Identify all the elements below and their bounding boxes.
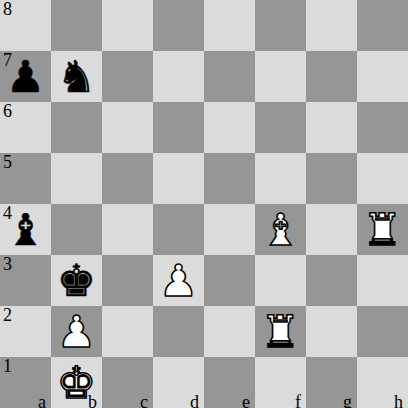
- square-f7[interactable]: [255, 51, 306, 102]
- square-f6[interactable]: [255, 102, 306, 153]
- square-h8[interactable]: [357, 0, 408, 51]
- piece-black-king-b3[interactable]: ♚: [51, 255, 102, 306]
- square-a7[interactable]: 7♟: [0, 51, 51, 102]
- piece-white-pawn-d3[interactable]: ♟: [153, 255, 204, 306]
- square-g6[interactable]: [306, 102, 357, 153]
- square-b7[interactable]: ♞: [51, 51, 102, 102]
- square-d1[interactable]: d: [153, 357, 204, 408]
- square-a3[interactable]: 3: [0, 255, 51, 306]
- square-g7[interactable]: [306, 51, 357, 102]
- square-h7[interactable]: [357, 51, 408, 102]
- file-label-f: f: [295, 392, 301, 408]
- square-d7[interactable]: [153, 51, 204, 102]
- square-e7[interactable]: [204, 51, 255, 102]
- square-d8[interactable]: [153, 0, 204, 51]
- square-h5[interactable]: [357, 153, 408, 204]
- square-a5[interactable]: 5: [0, 153, 51, 204]
- file-label-a: a: [38, 392, 46, 408]
- square-f5[interactable]: [255, 153, 306, 204]
- square-d2[interactable]: [153, 306, 204, 357]
- file-label-d: d: [190, 392, 199, 408]
- square-d4[interactable]: [153, 204, 204, 255]
- square-b5[interactable]: [51, 153, 102, 204]
- square-g5[interactable]: [306, 153, 357, 204]
- piece-white-pawn-b2[interactable]: ♟: [51, 306, 102, 357]
- piece-white-rook-f2[interactable]: ♜: [255, 306, 306, 357]
- square-c6[interactable]: [102, 102, 153, 153]
- square-c3[interactable]: [102, 255, 153, 306]
- piece-black-bishop-a4[interactable]: ♝: [0, 204, 51, 255]
- square-e4[interactable]: [204, 204, 255, 255]
- square-c2[interactable]: [102, 306, 153, 357]
- square-c1[interactable]: c: [102, 357, 153, 408]
- square-f4[interactable]: ♝: [255, 204, 306, 255]
- file-label-g: g: [343, 392, 352, 408]
- square-d6[interactable]: [153, 102, 204, 153]
- square-c5[interactable]: [102, 153, 153, 204]
- square-e3[interactable]: [204, 255, 255, 306]
- square-b1[interactable]: b♚: [51, 357, 102, 408]
- square-e8[interactable]: [204, 0, 255, 51]
- square-g3[interactable]: [306, 255, 357, 306]
- square-h3[interactable]: [357, 255, 408, 306]
- square-f8[interactable]: [255, 0, 306, 51]
- square-e1[interactable]: e: [204, 357, 255, 408]
- square-g8[interactable]: [306, 0, 357, 51]
- square-b8[interactable]: [51, 0, 102, 51]
- rank-label-3: 3: [3, 255, 12, 274]
- square-b2[interactable]: ♟: [51, 306, 102, 357]
- square-a2[interactable]: 2: [0, 306, 51, 357]
- rank-label-1: 1: [3, 357, 12, 376]
- file-label-e: e: [242, 392, 250, 408]
- file-label-c: c: [140, 392, 148, 408]
- square-g2[interactable]: [306, 306, 357, 357]
- file-label-h: h: [394, 392, 403, 408]
- rank-label-6: 6: [3, 102, 12, 121]
- square-c4[interactable]: [102, 204, 153, 255]
- square-e6[interactable]: [204, 102, 255, 153]
- square-a1[interactable]: 1a: [0, 357, 51, 408]
- square-d3[interactable]: ♟: [153, 255, 204, 306]
- square-g4[interactable]: [306, 204, 357, 255]
- square-c8[interactable]: [102, 0, 153, 51]
- square-f3[interactable]: [255, 255, 306, 306]
- square-g1[interactable]: g: [306, 357, 357, 408]
- piece-black-pawn-a7[interactable]: ♟: [0, 51, 51, 102]
- square-b4[interactable]: [51, 204, 102, 255]
- square-f2[interactable]: ♜: [255, 306, 306, 357]
- chess-board: 87♟♞654♝♝♜3♚♟2♟♜1ab♚cdefgh: [0, 0, 408, 408]
- square-h4[interactable]: ♜: [357, 204, 408, 255]
- square-a4[interactable]: 4♝: [0, 204, 51, 255]
- chess-board-grid: 87♟♞654♝♝♜3♚♟2♟♜1ab♚cdefgh: [0, 0, 408, 408]
- square-f1[interactable]: f: [255, 357, 306, 408]
- square-d5[interactable]: [153, 153, 204, 204]
- square-h6[interactable]: [357, 102, 408, 153]
- square-a8[interactable]: 8: [0, 0, 51, 51]
- rank-label-2: 2: [3, 306, 12, 325]
- piece-white-king-b1[interactable]: ♚: [51, 357, 102, 408]
- square-b6[interactable]: [51, 102, 102, 153]
- square-b3[interactable]: ♚: [51, 255, 102, 306]
- square-e5[interactable]: [204, 153, 255, 204]
- piece-black-knight-b7[interactable]: ♞: [51, 51, 102, 102]
- square-h2[interactable]: [357, 306, 408, 357]
- square-c7[interactable]: [102, 51, 153, 102]
- piece-white-bishop-f4[interactable]: ♝: [255, 204, 306, 255]
- rank-label-8: 8: [3, 0, 12, 19]
- rank-label-5: 5: [3, 153, 12, 172]
- square-e2[interactable]: [204, 306, 255, 357]
- piece-white-rook-h4[interactable]: ♜: [357, 204, 408, 255]
- square-a6[interactable]: 6: [0, 102, 51, 153]
- square-h1[interactable]: h: [357, 357, 408, 408]
